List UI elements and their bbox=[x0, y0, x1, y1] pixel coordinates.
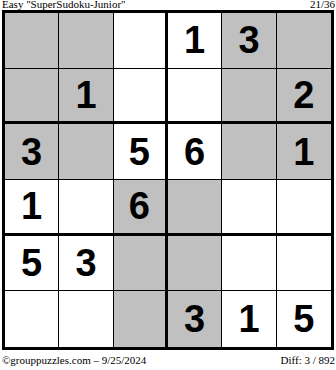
cell-r2c4[interactable] bbox=[168, 69, 222, 125]
cell-r2c2[interactable]: 1 bbox=[59, 69, 113, 125]
cell-r4c3[interactable]: 6 bbox=[114, 180, 168, 236]
cell-r6c4[interactable]: 3 bbox=[168, 291, 222, 347]
cell-r6c2[interactable] bbox=[59, 291, 113, 347]
difficulty-label: Diff: 3 / 892 bbox=[281, 354, 336, 367]
cell-r3c1[interactable]: 3 bbox=[5, 124, 59, 180]
footer: ©grouppuzzles.com – 9/25/2024 Diff: 3 / … bbox=[2, 354, 335, 367]
cell-r6c6[interactable]: 5 bbox=[277, 291, 331, 347]
cell-r3c5[interactable] bbox=[222, 124, 276, 180]
cell-r1c1[interactable] bbox=[5, 13, 59, 69]
cell-r5c1[interactable]: 5 bbox=[5, 236, 59, 292]
cell-r4c5[interactable] bbox=[222, 180, 276, 236]
cell-r4c2[interactable] bbox=[59, 180, 113, 236]
header: Easy "SuperSudoku-Junior" 21/36 bbox=[2, 0, 335, 10]
cell-r5c4[interactable] bbox=[168, 236, 222, 292]
cell-r6c1[interactable] bbox=[5, 291, 59, 347]
cell-r3c3[interactable]: 5 bbox=[114, 124, 168, 180]
cell-r1c6[interactable] bbox=[277, 13, 331, 69]
blank-cell-counter: 21/36 bbox=[310, 0, 335, 10]
cell-r5c3[interactable] bbox=[114, 236, 168, 292]
cell-r1c3[interactable] bbox=[114, 13, 168, 69]
cell-r2c5[interactable] bbox=[222, 69, 276, 125]
cell-r1c2[interactable] bbox=[59, 13, 113, 69]
cell-r4c6[interactable] bbox=[277, 180, 331, 236]
cell-r4c1[interactable]: 1 bbox=[5, 180, 59, 236]
cell-r5c6[interactable] bbox=[277, 236, 331, 292]
puzzle-title: Easy "SuperSudoku-Junior" bbox=[2, 0, 126, 10]
cell-r3c2[interactable] bbox=[59, 124, 113, 180]
cell-r1c5[interactable]: 3 bbox=[222, 13, 276, 69]
cell-r3c6[interactable]: 1 bbox=[277, 124, 331, 180]
copyright-credit: ©grouppuzzles.com – 9/25/2024 bbox=[2, 354, 146, 367]
sudoku-board: 131235611653315 bbox=[2, 10, 334, 350]
cell-r6c3[interactable] bbox=[114, 291, 168, 347]
cell-r2c6[interactable]: 2 bbox=[277, 69, 331, 125]
cell-r3c4[interactable]: 6 bbox=[168, 124, 222, 180]
puzzle-page: Easy "SuperSudoku-Junior" 21/36 13123561… bbox=[0, 0, 336, 370]
cell-r1c4[interactable]: 1 bbox=[168, 13, 222, 69]
cell-r6c5[interactable]: 1 bbox=[222, 291, 276, 347]
cell-r2c1[interactable] bbox=[5, 69, 59, 125]
cell-r5c5[interactable] bbox=[222, 236, 276, 292]
cell-r4c4[interactable] bbox=[168, 180, 222, 236]
cell-r2c3[interactable] bbox=[114, 69, 168, 125]
cell-r5c2[interactable]: 3 bbox=[59, 236, 113, 292]
